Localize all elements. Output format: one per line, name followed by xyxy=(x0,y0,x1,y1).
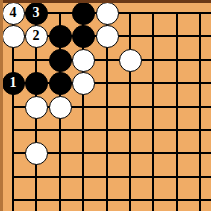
white-stone xyxy=(119,49,142,72)
white-stone xyxy=(25,142,48,165)
board-top-edge xyxy=(0,0,211,3)
move-number-label: 3 xyxy=(26,3,47,24)
go-board: 4321 xyxy=(0,0,211,211)
grid-line-vertical xyxy=(129,12,131,211)
white-stone xyxy=(72,72,95,95)
board-left-edge xyxy=(0,0,3,211)
grid-line-horizontal xyxy=(12,176,211,178)
move-number-label: 4 xyxy=(3,3,24,24)
white-stone: 4 xyxy=(2,2,25,25)
grid-line-vertical xyxy=(152,12,154,211)
go-diagram: 4321 xyxy=(0,0,211,211)
white-stone: 2 xyxy=(25,25,48,48)
white-stone xyxy=(2,25,25,48)
grid-line-horizontal xyxy=(12,59,211,61)
move-number-label: 1 xyxy=(3,73,24,94)
grid-line-vertical xyxy=(176,12,178,211)
black-stone xyxy=(72,25,95,48)
grid-line-vertical xyxy=(199,12,201,211)
black-stone xyxy=(72,2,95,25)
black-stone: 1 xyxy=(2,72,25,95)
grid-line-horizontal xyxy=(12,129,211,131)
grid-line-horizontal xyxy=(12,199,211,201)
white-stone xyxy=(49,96,72,119)
black-stone xyxy=(49,72,72,95)
white-stone xyxy=(96,2,119,25)
white-stone xyxy=(96,25,119,48)
black-stone xyxy=(49,49,72,72)
white-stone xyxy=(72,49,95,72)
black-stone xyxy=(49,25,72,48)
move-number-label: 2 xyxy=(26,26,47,47)
white-stone xyxy=(25,96,48,119)
black-stone: 3 xyxy=(25,2,48,25)
black-stone xyxy=(25,72,48,95)
